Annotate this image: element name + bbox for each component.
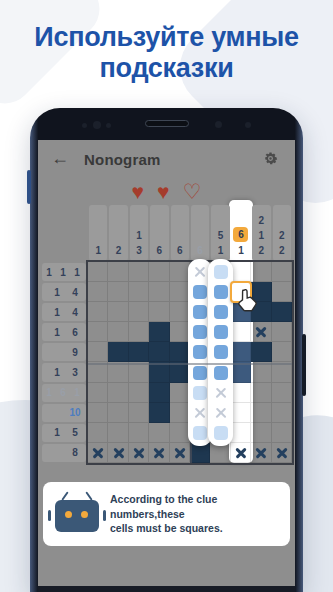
board-cell[interactable] [108, 443, 128, 463]
board-cell[interactable] [231, 423, 251, 443]
speaker-slot [145, 120, 189, 127]
row-clue: 161 [42, 383, 86, 403]
board-cell[interactable] [88, 302, 108, 322]
hint-cell-fill [193, 345, 207, 359]
board-cell[interactable] [170, 443, 190, 463]
clue-number: 2 [252, 243, 270, 258]
clue-number: 5 [66, 427, 84, 438]
hint-cell-light [214, 426, 228, 440]
col-clue: 51 [210, 205, 230, 261]
board-cell[interactable] [129, 262, 149, 282]
board-cell[interactable] [88, 383, 108, 403]
hint-cell-fill [193, 366, 207, 380]
hint-cell-fill [214, 285, 228, 299]
hint-tooltip: According to the clue numbers,these cell… [43, 482, 290, 546]
board-cell[interactable] [149, 322, 169, 342]
app-screen: ← Nonogram ♥♥♡ 1213666516121222 11114141… [38, 140, 295, 592]
thick-grid-divider-horizontal [88, 363, 292, 365]
clue-number: 6 [66, 327, 84, 338]
hint-cell-fill [214, 325, 228, 339]
board-cell[interactable] [88, 362, 108, 382]
col-clue: 6 [190, 205, 210, 261]
board-cell[interactable] [170, 342, 190, 362]
clue-number: 1 [48, 307, 66, 318]
board-cell[interactable] [149, 282, 169, 302]
tooltip-text: According to the clue numbers,these cell… [110, 492, 282, 536]
row-clue: 9 [42, 342, 86, 362]
clue-number: 9 [66, 347, 84, 358]
board-cell[interactable] [272, 403, 292, 423]
hint-cell-x [214, 386, 228, 400]
clue-number: 1 [48, 427, 66, 438]
hint-cell-fill [214, 305, 228, 319]
board-cell[interactable] [272, 342, 292, 362]
hint-cell-x [193, 265, 207, 279]
board-cell[interactable] [149, 443, 169, 463]
row-clue: 10 [42, 403, 86, 423]
board-cell[interactable] [272, 443, 292, 463]
row-clue: 13 [42, 362, 86, 382]
bottom-bezel [38, 586, 295, 592]
board-cell[interactable] [108, 403, 128, 423]
clue-number: 2 [273, 228, 291, 243]
board-cell[interactable] [231, 262, 251, 282]
col-clue: 13 [129, 205, 149, 261]
lives-hearts: ♥♥♡ [38, 181, 295, 203]
col-clue: 2 [108, 205, 128, 261]
board-cell[interactable] [129, 443, 149, 463]
board-cell[interactable] [88, 423, 108, 443]
board-cell[interactable] [251, 403, 271, 423]
sensor-dot [82, 123, 87, 128]
board-cell[interactable] [272, 282, 292, 302]
board-cell[interactable] [129, 302, 149, 322]
board-cell[interactable] [108, 262, 128, 282]
hint-cell-fill [214, 345, 228, 359]
clue-number: 6 [171, 243, 189, 258]
row-clues: 11114141691316110158 [42, 262, 86, 463]
board-cell[interactable] [170, 383, 190, 403]
board-cell[interactable] [129, 322, 149, 342]
clue-number: 4 [66, 287, 84, 298]
board-cell[interactable] [231, 403, 251, 423]
hint-cell-light [193, 426, 207, 440]
power-button [302, 334, 306, 396]
sensor-dot [106, 123, 111, 128]
board-cell[interactable] [149, 302, 169, 322]
clue-number: 1 [42, 267, 56, 278]
board-cell[interactable] [231, 362, 251, 382]
board-cell[interactable] [272, 362, 292, 382]
clue-number: 1 [48, 287, 66, 298]
board-cell[interactable] [272, 302, 292, 322]
row-clue: 14 [42, 282, 86, 302]
robot-icon [55, 500, 99, 532]
board-cell[interactable] [251, 383, 271, 403]
clue-number: 1 [211, 243, 229, 258]
column-clues: 1213666516121222 [88, 205, 292, 261]
board-cell[interactable] [170, 302, 190, 322]
board-cell[interactable] [251, 342, 271, 362]
hint-cell-light [214, 265, 228, 279]
board-cell[interactable] [149, 423, 169, 443]
col-clue: 6 [170, 205, 190, 261]
board-cell[interactable] [108, 362, 128, 382]
settings-gear-icon[interactable] [262, 150, 279, 167]
board-cell[interactable] [170, 423, 190, 443]
board-cell[interactable] [231, 322, 251, 342]
volume-button [27, 170, 31, 204]
clue-number: 8 [66, 447, 84, 458]
clue-number: 10 [66, 407, 84, 418]
hint-cell-fill [214, 366, 228, 380]
board-cell[interactable] [170, 322, 190, 342]
phone-mockup: ← Nonogram ♥♥♡ 1213666516121222 11114141… [30, 108, 303, 592]
board-cell[interactable] [88, 342, 108, 362]
board-cell[interactable] [251, 362, 271, 382]
clue-number: 2 [109, 243, 127, 258]
board-cell[interactable] [129, 423, 149, 443]
board-cell[interactable] [272, 423, 292, 443]
heart-filled-icon: ♥ [157, 181, 169, 203]
app-title: Nonogram [84, 151, 161, 168]
row-clue: 8 [42, 443, 86, 463]
board-cell[interactable] [272, 383, 292, 403]
clue-number: 5 [211, 228, 229, 243]
row-clue: 15 [42, 423, 86, 443]
clue-number: 2 [273, 243, 291, 258]
row-clue: 111 [42, 262, 86, 282]
page-title: Используйте умные подсказки [17, 22, 317, 84]
board-cell[interactable] [149, 383, 169, 403]
clue-number: 4 [66, 307, 84, 318]
clue-number: 1 [48, 367, 66, 378]
clue-number: 1 [252, 228, 270, 243]
clue-number: 6 [150, 243, 168, 258]
clue-number: 2 [252, 213, 270, 228]
board-cell[interactable] [108, 322, 128, 342]
hint-cell-x [214, 406, 228, 420]
board-cell[interactable] [170, 262, 190, 282]
board-cell[interactable] [88, 443, 108, 463]
clue-number: 1 [70, 387, 84, 398]
clue-number: 1 [48, 327, 66, 338]
board-cell[interactable] [149, 403, 169, 423]
hint-cell-x [193, 406, 207, 420]
clue-number: 3 [66, 367, 84, 378]
back-button[interactable]: ← [51, 148, 69, 169]
heart-filled-icon: ♥ [132, 181, 144, 203]
board-cell[interactable] [231, 443, 251, 463]
hint-cell-fill [193, 305, 207, 319]
board-cell[interactable] [129, 282, 149, 302]
col-clue: 6 [149, 205, 169, 261]
board-cell[interactable] [170, 362, 190, 382]
clue-number: 3 [130, 243, 148, 258]
board-cell[interactable] [129, 342, 149, 362]
hint-cell-fill [193, 285, 207, 299]
board-cell[interactable] [129, 362, 149, 382]
col-clue: 61 [231, 205, 251, 261]
board-cell[interactable] [272, 262, 292, 282]
board-cell[interactable] [129, 383, 149, 403]
hand-cursor-icon [235, 288, 261, 316]
board-cell[interactable] [272, 322, 292, 342]
board-cell[interactable] [108, 282, 128, 302]
clue-number: 1 [70, 267, 84, 278]
row-clue: 14 [42, 302, 86, 322]
clue-number: 1 [42, 387, 56, 398]
board-cell[interactable] [251, 443, 271, 463]
clue-number: 1 [89, 243, 107, 258]
board-cell[interactable] [88, 262, 108, 282]
board-cell[interactable] [149, 262, 169, 282]
board-cell[interactable] [149, 342, 169, 362]
clue-number: 1 [232, 243, 250, 258]
board-cell[interactable] [88, 282, 108, 302]
row-clue: 16 [42, 322, 86, 342]
board-cell[interactable] [251, 423, 271, 443]
board-cell[interactable] [88, 322, 108, 342]
col-clue: 1 [88, 205, 108, 261]
col-clue: 22 [272, 205, 292, 261]
board-cell[interactable] [108, 342, 128, 362]
clue-number: 6 [56, 387, 70, 398]
board-cell[interactable] [149, 362, 169, 382]
board-cell[interactable] [170, 282, 190, 302]
clue-number: 1 [56, 267, 70, 278]
heart-empty-icon: ♡ [183, 181, 202, 203]
board-cell[interactable] [88, 403, 108, 423]
clue-number: 6 [191, 243, 209, 258]
board-cell[interactable] [129, 403, 149, 423]
camera-dot [93, 121, 101, 129]
board-cell[interactable] [231, 383, 251, 403]
col-clue: 212 [251, 205, 271, 261]
board-cell[interactable] [108, 423, 128, 443]
sensor-dot [245, 122, 251, 128]
hint-cell-fill [193, 325, 207, 339]
camera-dot [215, 121, 222, 128]
app-bar: ← Nonogram [38, 140, 295, 178]
board-cell[interactable] [170, 403, 190, 423]
board-cell[interactable] [251, 322, 271, 342]
board-cell[interactable] [108, 302, 128, 322]
board-cell[interactable] [231, 342, 251, 362]
board-cell[interactable] [251, 262, 271, 282]
board-cell[interactable] [108, 383, 128, 403]
hint-cell-light [193, 386, 207, 400]
clue-number: 1 [130, 228, 148, 243]
clue-number: 6 [233, 227, 248, 242]
